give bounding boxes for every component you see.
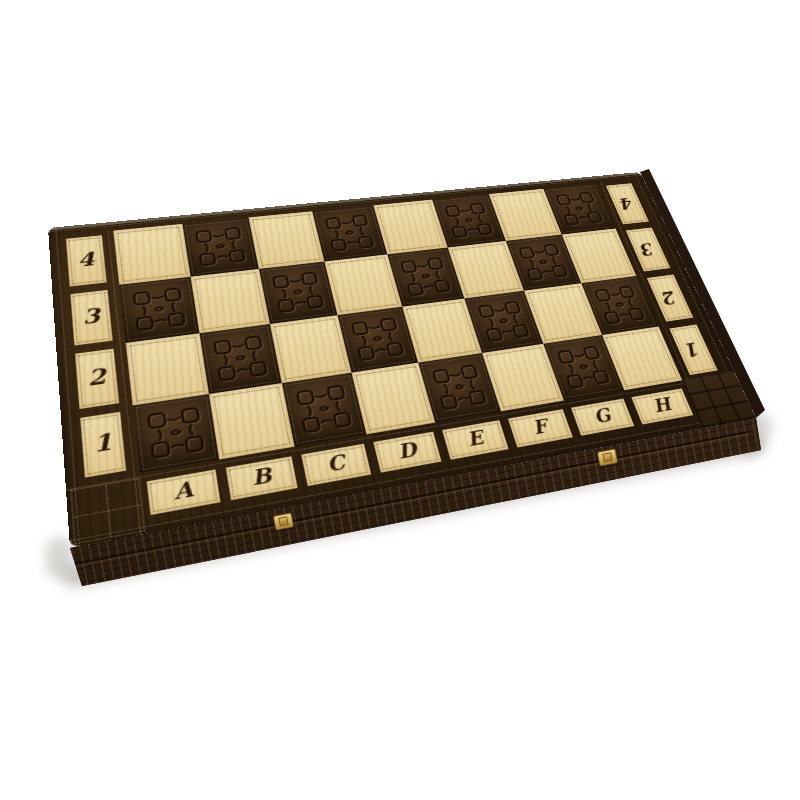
file-label-d: D bbox=[373, 432, 441, 473]
rank-label-left-3: 3 bbox=[70, 290, 112, 346]
dark-square-ornament-motif bbox=[437, 197, 501, 243]
file-label-g-text: G bbox=[591, 406, 613, 427]
file-label-e-text: E bbox=[465, 428, 486, 450]
rank-label-right-4-text: 4 bbox=[618, 195, 637, 211]
dark-square-ornament-motif bbox=[187, 221, 253, 272]
file-label-h-text: H bbox=[650, 395, 674, 415]
rank-label-left-2: 2 bbox=[75, 349, 119, 409]
square-a3 bbox=[119, 277, 199, 343]
file-label-f: F bbox=[508, 409, 573, 447]
square-c3 bbox=[259, 261, 338, 324]
dark-square-ornament-motif bbox=[287, 377, 360, 441]
file-label-a: A bbox=[147, 469, 221, 515]
dark-square-ornament-motif bbox=[138, 399, 213, 467]
square-b3 bbox=[191, 269, 270, 333]
dark-square-ornament-motif bbox=[205, 328, 276, 389]
dark-square-ornament-motif bbox=[264, 265, 332, 319]
square-a2 bbox=[126, 333, 209, 405]
file-label-h: H bbox=[631, 388, 693, 424]
dark-square-ornament-motif bbox=[392, 251, 459, 302]
square-b1 bbox=[209, 383, 295, 459]
product-photo-scene: 44 bbox=[0, 0, 800, 800]
square-b4 bbox=[182, 217, 259, 276]
frame-corner-stitch-carving bbox=[70, 478, 145, 545]
dark-square-ornament-motif bbox=[125, 281, 194, 338]
square-c4 bbox=[249, 211, 325, 269]
square-a4 bbox=[113, 224, 190, 285]
rank-label-right-3-text: 3 bbox=[638, 241, 657, 258]
dark-square-ornament-motif bbox=[548, 187, 611, 231]
dark-square-ornament-motif bbox=[424, 357, 496, 417]
file-label-e: E bbox=[442, 420, 509, 460]
square-a1 bbox=[133, 394, 220, 473]
file-label-c: C bbox=[301, 444, 371, 486]
rank-label-left-1: 1 bbox=[80, 412, 126, 478]
rank-label-left-3-text: 3 bbox=[82, 305, 101, 327]
rank-label-left-4: 4 bbox=[66, 235, 107, 286]
file-label-d-text: D bbox=[396, 439, 419, 462]
file-label-a-text: A bbox=[173, 478, 194, 503]
file-label-f-text: F bbox=[530, 417, 550, 438]
dark-square-ornament-motif bbox=[317, 209, 382, 258]
rank-label-right-1-text: 1 bbox=[683, 339, 704, 359]
rank-label-left-4-text: 4 bbox=[77, 250, 96, 270]
file-label-b: B bbox=[226, 456, 298, 500]
square-b2 bbox=[199, 324, 281, 394]
rank-label-right-2-text: 2 bbox=[660, 288, 680, 306]
dark-square-ornament-motif bbox=[586, 280, 653, 331]
rank-label-left-1-text: 1 bbox=[92, 430, 113, 456]
dark-square-ornament-motif bbox=[343, 311, 413, 368]
file-label-b-text: B bbox=[250, 465, 273, 489]
file-label-g: G bbox=[571, 399, 634, 436]
file-label-c-text: C bbox=[325, 452, 347, 475]
cast-shadow-left-corner bbox=[46, 538, 74, 578]
rank-label-left-2-text: 2 bbox=[87, 365, 107, 389]
